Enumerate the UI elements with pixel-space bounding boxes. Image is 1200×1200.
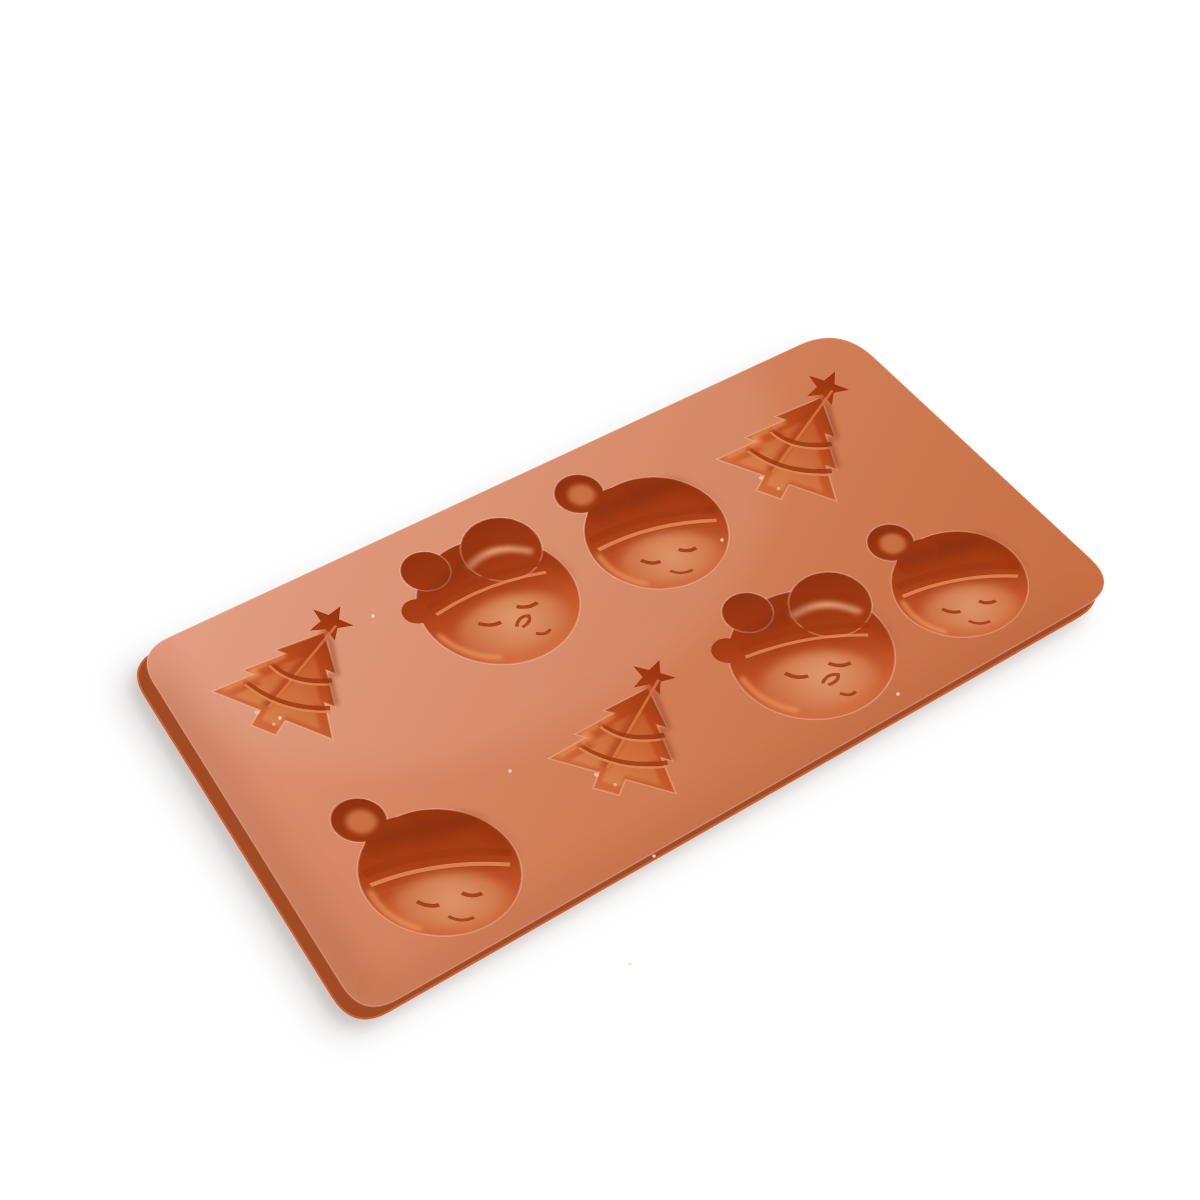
dust-speck	[896, 692, 900, 696]
dust-speck	[371, 614, 375, 618]
mold-photo-svg	[40, 16, 1200, 1200]
dust-speck	[563, 919, 567, 923]
dust-speck	[720, 538, 724, 542]
dust-speck	[508, 769, 512, 773]
dust-speck	[628, 962, 632, 966]
dust-speck	[652, 854, 656, 858]
product-photo	[40, 16, 1200, 1200]
dust-speck	[278, 716, 282, 720]
